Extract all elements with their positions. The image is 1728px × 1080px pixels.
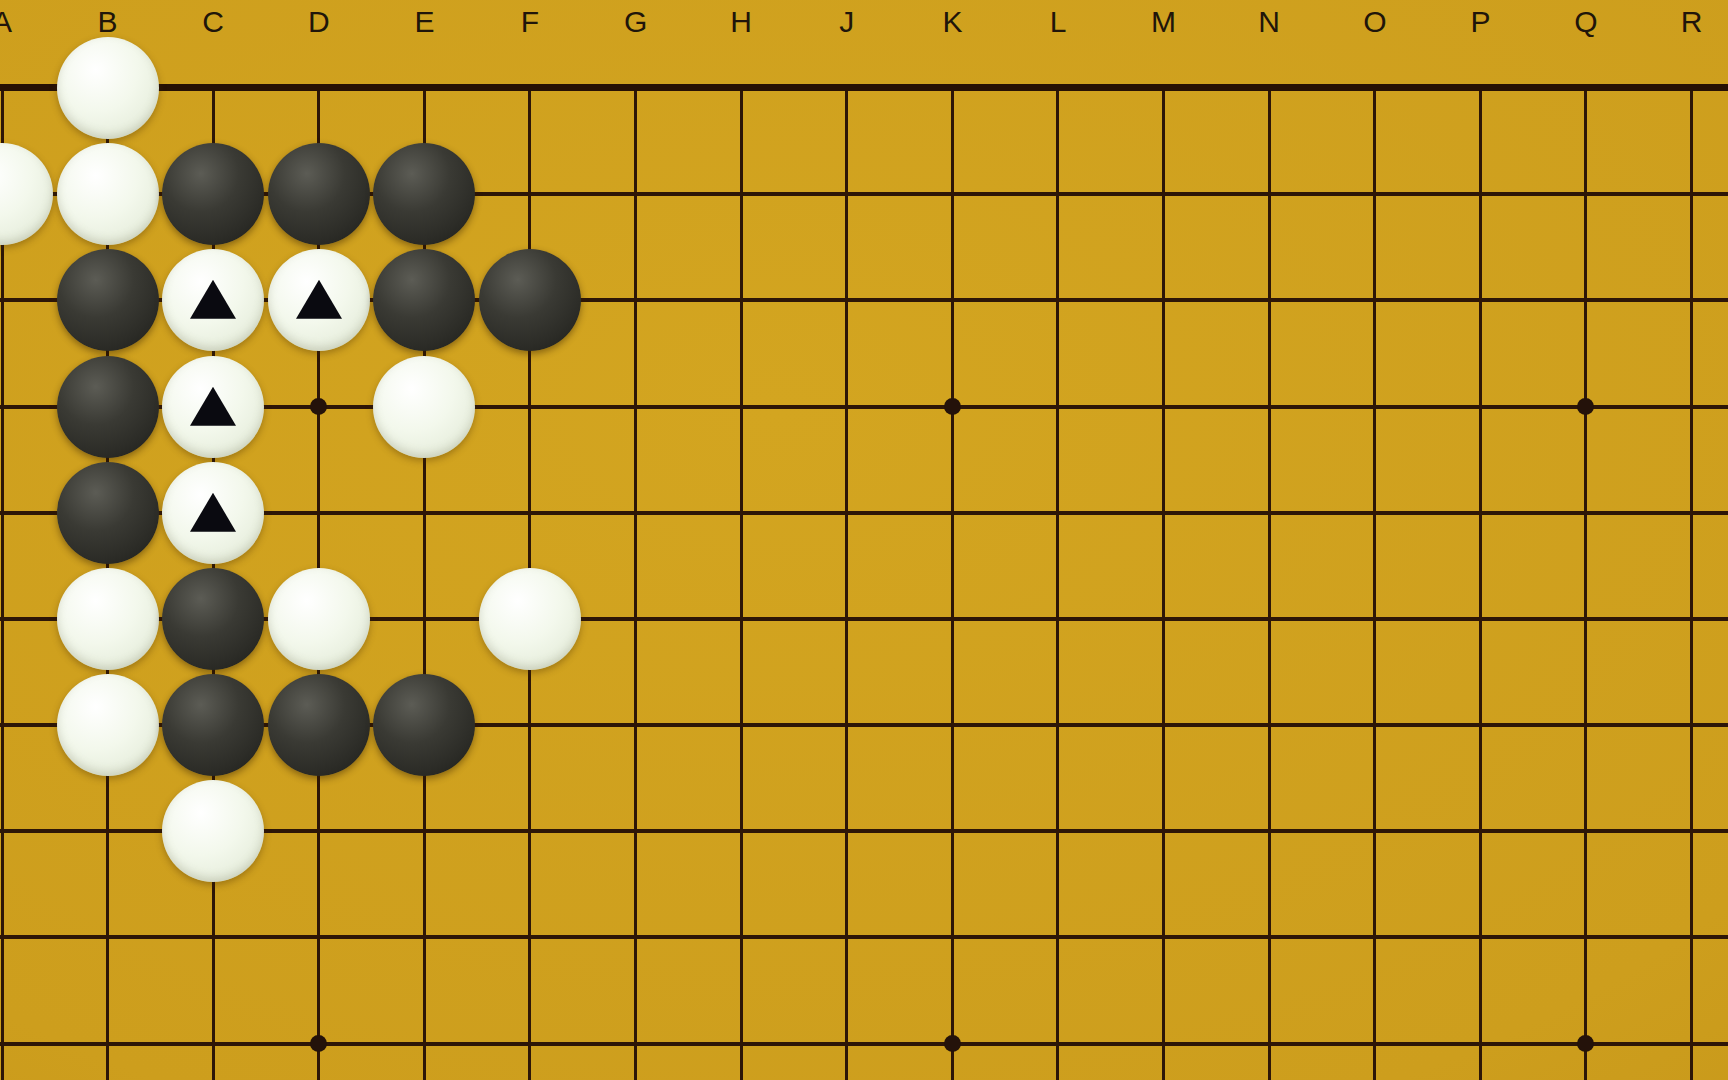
intersection-H10[interactable] — [688, 991, 794, 1080]
intersection-L2[interactable] — [1005, 141, 1111, 247]
column-label-J: J — [839, 0, 854, 44]
intersection-B9[interactable] — [55, 884, 161, 990]
intersection-P2[interactable] — [1428, 141, 1534, 247]
intersection-N10[interactable] — [1216, 991, 1322, 1080]
intersection-D2[interactable] — [266, 141, 372, 247]
intersection-B1[interactable] — [55, 35, 161, 141]
intersection-M6[interactable] — [1111, 566, 1217, 672]
black-stone-E3 — [373, 249, 475, 351]
star-point-Q10 — [1577, 1035, 1594, 1052]
intersection-D10[interactable] — [266, 991, 372, 1080]
intersection-K10[interactable] — [900, 991, 1006, 1080]
column-label-C: C — [202, 0, 224, 44]
intersection-D1[interactable] — [266, 35, 372, 141]
intersection-K8[interactable] — [900, 778, 1006, 884]
column-label-K: K — [942, 0, 962, 44]
black-stone-E7 — [373, 674, 475, 776]
intersection-Q6[interactable] — [1533, 566, 1639, 672]
intersection-C5[interactable] — [160, 460, 266, 566]
column-label-P: P — [1470, 0, 1490, 44]
intersection-R8[interactable] — [1639, 778, 1728, 884]
intersection-G3[interactable] — [583, 247, 689, 353]
intersection-J1[interactable] — [794, 35, 900, 141]
intersection-G6[interactable] — [583, 566, 689, 672]
intersection-A8[interactable] — [0, 778, 55, 884]
intersection-B3[interactable] — [55, 247, 161, 353]
intersection-K2[interactable] — [900, 141, 1006, 247]
intersection-B7[interactable] — [55, 672, 161, 778]
intersection-E1[interactable] — [372, 35, 478, 141]
intersection-L1[interactable] — [1005, 35, 1111, 141]
intersection-H4[interactable] — [688, 353, 794, 459]
intersection-M8[interactable] — [1111, 778, 1217, 884]
intersection-P5[interactable] — [1428, 460, 1534, 566]
column-label-F: F — [521, 0, 539, 44]
intersection-P3[interactable] — [1428, 247, 1534, 353]
intersection-H7[interactable] — [688, 672, 794, 778]
column-label-O: O — [1363, 0, 1386, 44]
intersection-F10[interactable] — [477, 991, 583, 1080]
intersection-P10[interactable] — [1428, 991, 1534, 1080]
intersection-K3[interactable] — [900, 247, 1006, 353]
intersection-O5[interactable] — [1322, 460, 1428, 566]
intersection-E8[interactable] — [372, 778, 478, 884]
intersection-R10[interactable] — [1639, 991, 1728, 1080]
intersection-G10[interactable] — [583, 991, 689, 1080]
black-stone-C7 — [162, 674, 264, 776]
intersection-D5[interactable] — [266, 460, 372, 566]
black-stone-C6 — [162, 568, 264, 670]
black-stone-C2 — [162, 143, 264, 245]
intersection-F2[interactable] — [477, 141, 583, 247]
column-label-B: B — [98, 0, 118, 44]
white-stone-A2 — [0, 143, 53, 245]
intersection-H8[interactable] — [688, 778, 794, 884]
intersection-H1[interactable] — [688, 35, 794, 141]
intersection-L9[interactable] — [1005, 884, 1111, 990]
intersection-H6[interactable] — [688, 566, 794, 672]
column-label-E: E — [414, 0, 434, 44]
intersection-J4[interactable] — [794, 353, 900, 459]
white-stone-C4 — [162, 356, 264, 458]
intersection-N3[interactable] — [1216, 247, 1322, 353]
intersection-A1[interactable] — [0, 35, 55, 141]
intersection-Q9[interactable] — [1533, 884, 1639, 990]
intersection-P9[interactable] — [1428, 884, 1534, 990]
intersection-R7[interactable] — [1639, 672, 1728, 778]
intersection-Q4[interactable] — [1533, 353, 1639, 459]
intersection-R6[interactable] — [1639, 566, 1728, 672]
intersection-C2[interactable] — [160, 141, 266, 247]
intersection-L10[interactable] — [1005, 991, 1111, 1080]
intersection-D7[interactable] — [266, 672, 372, 778]
intersection-Q1[interactable] — [1533, 35, 1639, 141]
white-stone-D3 — [268, 249, 370, 351]
intersection-R3[interactable] — [1639, 247, 1728, 353]
intersection-A6[interactable] — [0, 566, 55, 672]
intersection-M3[interactable] — [1111, 247, 1217, 353]
intersection-N1[interactable] — [1216, 35, 1322, 141]
intersection-E6[interactable] — [372, 566, 478, 672]
white-stone-F6 — [479, 568, 581, 670]
intersection-F4[interactable] — [477, 353, 583, 459]
intersection-D9[interactable] — [266, 884, 372, 990]
column-label-Q: Q — [1574, 0, 1597, 44]
star-point-D10 — [310, 1035, 327, 1052]
intersection-C7[interactable] — [160, 672, 266, 778]
intersection-Q8[interactable] — [1533, 778, 1639, 884]
intersection-P4[interactable] — [1428, 353, 1534, 459]
intersection-H3[interactable] — [688, 247, 794, 353]
triangle-mark-D3 — [296, 280, 342, 319]
intersection-C10[interactable] — [160, 991, 266, 1080]
intersection-J6[interactable] — [794, 566, 900, 672]
intersection-J7[interactable] — [794, 672, 900, 778]
white-stone-D6 — [268, 568, 370, 670]
intersection-L6[interactable] — [1005, 566, 1111, 672]
intersection-P6[interactable] — [1428, 566, 1534, 672]
intersection-E4[interactable] — [372, 353, 478, 459]
intersection-Q2[interactable] — [1533, 141, 1639, 247]
intersection-C3[interactable] — [160, 247, 266, 353]
white-stone-C5 — [162, 462, 264, 564]
intersection-M9[interactable] — [1111, 884, 1217, 990]
white-stone-B2 — [57, 143, 159, 245]
intersection-B4[interactable] — [55, 353, 161, 459]
intersection-E7[interactable] — [372, 672, 478, 778]
intersection-F5[interactable] — [477, 460, 583, 566]
intersection-H2[interactable] — [688, 141, 794, 247]
intersection-O8[interactable] — [1322, 778, 1428, 884]
intersection-K1[interactable] — [900, 35, 1006, 141]
black-stone-B4 — [57, 356, 159, 458]
intersection-O3[interactable] — [1322, 247, 1428, 353]
black-stone-D2 — [268, 143, 370, 245]
intersection-C9[interactable] — [160, 884, 266, 990]
intersection-G4[interactable] — [583, 353, 689, 459]
white-stone-B7 — [57, 674, 159, 776]
intersection-J3[interactable] — [794, 247, 900, 353]
intersection-J5[interactable] — [794, 460, 900, 566]
intersection-E5[interactable] — [372, 460, 478, 566]
white-stone-E4 — [373, 356, 475, 458]
black-stone-B3 — [57, 249, 159, 351]
intersection-C6[interactable] — [160, 566, 266, 672]
white-stone-B6 — [57, 568, 159, 670]
intersection-F8[interactable] — [477, 778, 583, 884]
intersection-Q3[interactable] — [1533, 247, 1639, 353]
intersection-A5[interactable] — [0, 460, 55, 566]
intersection-H9[interactable] — [688, 884, 794, 990]
intersection-A3[interactable] — [0, 247, 55, 353]
triangle-mark-C5 — [190, 492, 236, 531]
intersection-C1[interactable] — [160, 35, 266, 141]
intersection-N2[interactable] — [1216, 141, 1322, 247]
intersection-F3[interactable] — [477, 247, 583, 353]
intersection-E2[interactable] — [372, 141, 478, 247]
intersection-J10[interactable] — [794, 991, 900, 1080]
intersection-O2[interactable] — [1322, 141, 1428, 247]
intersection-N8[interactable] — [1216, 778, 1322, 884]
intersection-O4[interactable] — [1322, 353, 1428, 459]
intersection-B5[interactable] — [55, 460, 161, 566]
intersection-O9[interactable] — [1322, 884, 1428, 990]
intersection-K4[interactable] — [900, 353, 1006, 459]
intersection-F1[interactable] — [477, 35, 583, 141]
intersection-L4[interactable] — [1005, 353, 1111, 459]
column-label-D: D — [308, 0, 330, 44]
white-stone-B1 — [57, 37, 159, 139]
intersection-G5[interactable] — [583, 460, 689, 566]
intersection-M2[interactable] — [1111, 141, 1217, 247]
intersection-N9[interactable] — [1216, 884, 1322, 990]
column-label-R: R — [1681, 0, 1703, 44]
triangle-mark-C4 — [190, 386, 236, 425]
intersection-D3[interactable] — [266, 247, 372, 353]
intersection-J8[interactable] — [794, 778, 900, 884]
intersection-R1[interactable] — [1639, 35, 1728, 141]
intersection-G2[interactable] — [583, 141, 689, 247]
intersection-K9[interactable] — [900, 884, 1006, 990]
intersection-J9[interactable] — [794, 884, 900, 990]
column-label-G: G — [624, 0, 647, 44]
column-label-A: A — [0, 0, 12, 44]
intersection-D4[interactable] — [266, 353, 372, 459]
intersection-R5[interactable] — [1639, 460, 1728, 566]
column-label-N: N — [1258, 0, 1280, 44]
intersection-K5[interactable] — [900, 460, 1006, 566]
black-stone-B5 — [57, 462, 159, 564]
intersection-G8[interactable] — [583, 778, 689, 884]
column-label-L: L — [1050, 0, 1067, 44]
intersection-C4[interactable] — [160, 353, 266, 459]
intersection-M1[interactable] — [1111, 35, 1217, 141]
black-stone-D7 — [268, 674, 370, 776]
intersection-F6[interactable] — [477, 566, 583, 672]
star-point-Q4 — [1577, 398, 1594, 415]
black-stone-E2 — [373, 143, 475, 245]
intersection-F7[interactable] — [477, 672, 583, 778]
intersection-N6[interactable] — [1216, 566, 1322, 672]
column-label-H: H — [730, 0, 752, 44]
intersection-G9[interactable] — [583, 884, 689, 990]
intersection-D8[interactable] — [266, 778, 372, 884]
intersection-O10[interactable] — [1322, 991, 1428, 1080]
intersection-B2[interactable] — [55, 141, 161, 247]
intersection-Q10[interactable] — [1533, 991, 1639, 1080]
intersection-O1[interactable] — [1322, 35, 1428, 141]
intersection-A9[interactable] — [0, 884, 55, 990]
intersection-M10[interactable] — [1111, 991, 1217, 1080]
intersection-R2[interactable] — [1639, 141, 1728, 247]
intersection-L3[interactable] — [1005, 247, 1111, 353]
intersection-B8[interactable] — [55, 778, 161, 884]
column-labels: ABCDEFGHJKLMNOPQR — [0, 0, 1728, 44]
intersection-A7[interactable] — [0, 672, 55, 778]
white-stone-C8 — [162, 780, 264, 882]
star-point-K10 — [944, 1035, 961, 1052]
intersection-G7[interactable] — [583, 672, 689, 778]
intersection-E9[interactable] — [372, 884, 478, 990]
black-stone-F3 — [479, 249, 581, 351]
intersection-G1[interactable] — [583, 35, 689, 141]
intersection-E3[interactable] — [372, 247, 478, 353]
intersection-O6[interactable] — [1322, 566, 1428, 672]
intersection-D6[interactable] — [266, 566, 372, 672]
intersection-Q5[interactable] — [1533, 460, 1639, 566]
intersection-Q7[interactable] — [1533, 672, 1639, 778]
intersection-M5[interactable] — [1111, 460, 1217, 566]
intersection-C8[interactable] — [160, 778, 266, 884]
intersection-L8[interactable] — [1005, 778, 1111, 884]
intersection-A10[interactable] — [0, 991, 55, 1080]
intersection-L5[interactable] — [1005, 460, 1111, 566]
intersection-O7[interactable] — [1322, 672, 1428, 778]
intersection-N4[interactable] — [1216, 353, 1322, 459]
intersection-N5[interactable] — [1216, 460, 1322, 566]
intersection-P8[interactable] — [1428, 778, 1534, 884]
intersection-J2[interactable] — [794, 141, 900, 247]
intersection-R4[interactable] — [1639, 353, 1728, 459]
star-point-D4 — [310, 398, 327, 415]
go-board — [0, 35, 1728, 1080]
intersection-P1[interactable] — [1428, 35, 1534, 141]
column-label-M: M — [1151, 0, 1176, 44]
star-point-K4 — [944, 398, 961, 415]
intersection-H5[interactable] — [688, 460, 794, 566]
triangle-mark-C3 — [190, 280, 236, 319]
intersection-N7[interactable] — [1216, 672, 1322, 778]
white-stone-C3 — [162, 249, 264, 351]
intersection-B6[interactable] — [55, 566, 161, 672]
intersection-E10[interactable] — [372, 991, 478, 1080]
intersection-L7[interactable] — [1005, 672, 1111, 778]
intersection-K6[interactable] — [900, 566, 1006, 672]
intersection-R9[interactable] — [1639, 884, 1728, 990]
intersection-M4[interactable] — [1111, 353, 1217, 459]
intersection-F9[interactable] — [477, 884, 583, 990]
go-board-screenshot: ABCDEFGHJKLMNOPQR — [0, 0, 1728, 1080]
intersection-A4[interactable] — [0, 353, 55, 459]
intersection-B10[interactable] — [55, 991, 161, 1080]
intersection-K7[interactable] — [900, 672, 1006, 778]
intersection-P7[interactable] — [1428, 672, 1534, 778]
intersection-A2[interactable] — [0, 141, 55, 247]
intersection-M7[interactable] — [1111, 672, 1217, 778]
